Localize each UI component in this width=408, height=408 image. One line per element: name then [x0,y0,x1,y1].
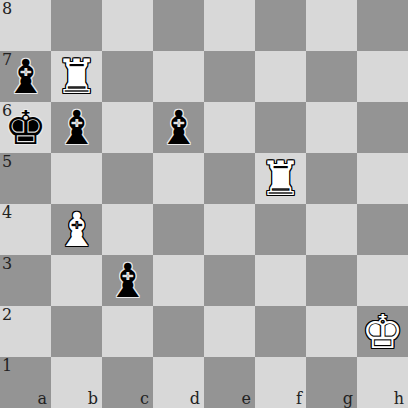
square-e4[interactable] [204,204,255,255]
rank-label-1: 1 [2,358,12,374]
square-b8[interactable] [51,0,102,51]
file-label-h: h [394,391,404,407]
file-label-a: a [37,391,47,407]
black-bishop-piece[interactable]: ♝ [102,255,153,306]
black-bishop-piece[interactable]: ♝ [153,102,204,153]
black-king-piece[interactable]: ♚ [0,102,51,153]
square-a5[interactable]: 5 [0,153,51,204]
square-d3[interactable] [153,255,204,306]
square-a6[interactable]: 6♚ [0,102,51,153]
square-a8[interactable]: 8 [0,0,51,51]
rank-label-2: 2 [2,307,12,323]
file-label-d: d [190,391,200,407]
square-f1[interactable]: f [255,357,306,408]
file-label-b: b [88,391,98,407]
square-c8[interactable] [102,0,153,51]
square-b2[interactable] [51,306,102,357]
square-a3[interactable]: 3 [0,255,51,306]
rank-label-3: 3 [2,256,12,272]
square-g3[interactable] [306,255,357,306]
square-d6[interactable]: ♝ [153,102,204,153]
square-g1[interactable]: g [306,357,357,408]
square-f7[interactable] [255,51,306,102]
square-e6[interactable] [204,102,255,153]
white-bishop-piece[interactable]: ♝ [51,204,102,255]
square-a7[interactable]: 7♝ [0,51,51,102]
square-h8[interactable] [357,0,408,51]
square-c3[interactable]: ♝ [102,255,153,306]
square-h5[interactable] [357,153,408,204]
black-bishop-piece[interactable]: ♝ [0,51,51,102]
square-g6[interactable] [306,102,357,153]
square-d5[interactable] [153,153,204,204]
square-d8[interactable] [153,0,204,51]
square-f6[interactable] [255,102,306,153]
rank-label-5: 5 [2,154,12,170]
chess-board: 87♝♜6♚♝♝5♜4♝3♝2♚1abcdefgh [0,0,408,408]
file-label-e: e [242,391,251,407]
square-c7[interactable] [102,51,153,102]
square-e7[interactable] [204,51,255,102]
square-c1[interactable]: c [102,357,153,408]
black-bishop-piece[interactable]: ♝ [51,102,102,153]
file-label-g: g [343,391,353,407]
square-h3[interactable] [357,255,408,306]
square-h6[interactable] [357,102,408,153]
square-e5[interactable] [204,153,255,204]
rank-label-4: 4 [2,205,12,221]
square-a4[interactable]: 4 [0,204,51,255]
file-label-c: c [140,391,149,407]
square-b6[interactable]: ♝ [51,102,102,153]
rank-label-8: 8 [2,1,12,17]
square-g7[interactable] [306,51,357,102]
square-e3[interactable] [204,255,255,306]
square-h2[interactable]: ♚ [357,306,408,357]
square-f8[interactable] [255,0,306,51]
square-b3[interactable] [51,255,102,306]
square-h1[interactable]: h [357,357,408,408]
square-c4[interactable] [102,204,153,255]
square-e2[interactable] [204,306,255,357]
square-g5[interactable] [306,153,357,204]
square-b1[interactable]: b [51,357,102,408]
square-f4[interactable] [255,204,306,255]
square-d2[interactable] [153,306,204,357]
square-g2[interactable] [306,306,357,357]
square-f3[interactable] [255,255,306,306]
square-c5[interactable] [102,153,153,204]
square-d7[interactable] [153,51,204,102]
square-c2[interactable] [102,306,153,357]
square-b7[interactable]: ♜ [51,51,102,102]
square-b5[interactable] [51,153,102,204]
square-h7[interactable] [357,51,408,102]
file-label-f: f [296,391,302,407]
square-a2[interactable]: 2 [0,306,51,357]
white-king-piece[interactable]: ♚ [357,306,408,357]
square-g8[interactable] [306,0,357,51]
square-a1[interactable]: 1a [0,357,51,408]
square-f5[interactable]: ♜ [255,153,306,204]
square-e1[interactable]: e [204,357,255,408]
square-g4[interactable] [306,204,357,255]
square-f2[interactable] [255,306,306,357]
square-d4[interactable] [153,204,204,255]
square-c6[interactable] [102,102,153,153]
square-b4[interactable]: ♝ [51,204,102,255]
square-e8[interactable] [204,0,255,51]
square-h4[interactable] [357,204,408,255]
square-d1[interactable]: d [153,357,204,408]
white-rook-piece[interactable]: ♜ [51,51,102,102]
white-rook-piece[interactable]: ♜ [255,153,306,204]
